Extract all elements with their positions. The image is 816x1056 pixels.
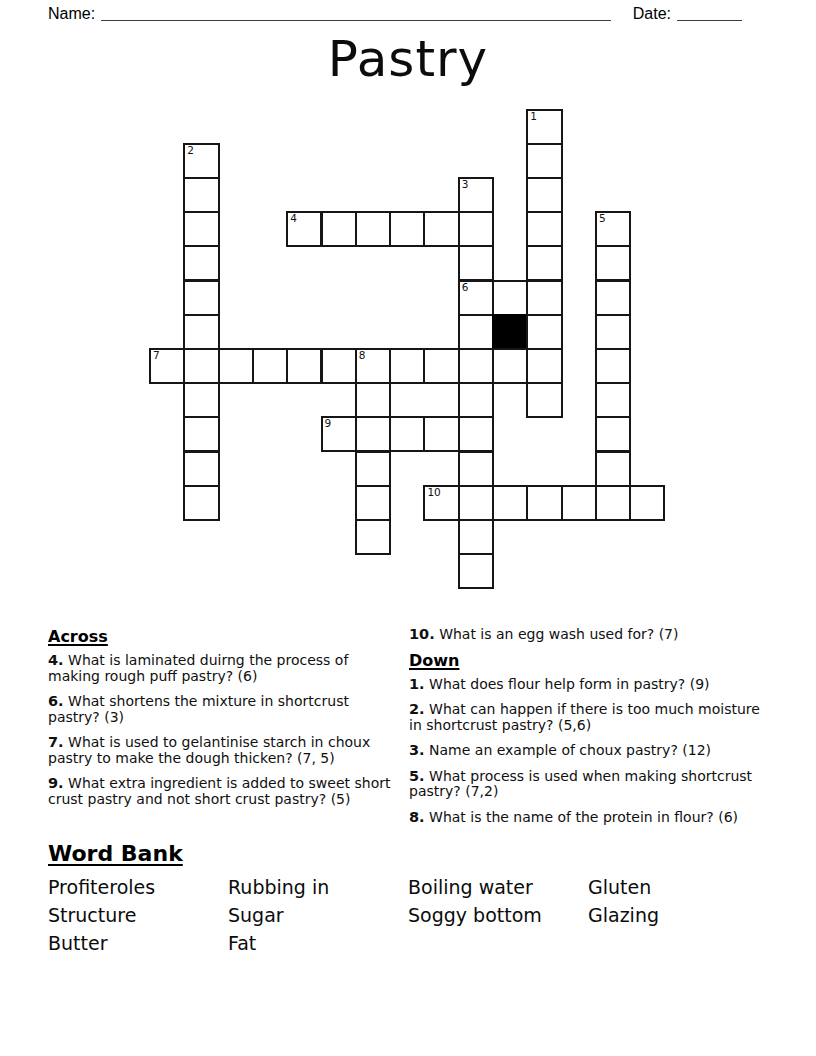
grid-cell[interactable] <box>389 348 425 384</box>
word-bank-word: Fat <box>228 929 408 957</box>
grid-cell[interactable] <box>183 177 219 213</box>
clue-across-4: 4. What is laminated duirng the process … <box>48 653 400 684</box>
cell-number: 9 <box>325 418 332 429</box>
clue-number: 3. <box>409 742 425 758</box>
grid-cell[interactable] <box>595 314 631 350</box>
grid-cell[interactable] <box>286 348 322 384</box>
grid-cell[interactable] <box>458 451 494 487</box>
clue-number: 2. <box>409 701 425 717</box>
cell-number: 5 <box>599 213 606 224</box>
grid-cell[interactable] <box>183 485 219 521</box>
word-bank-word: Butter <box>48 929 228 957</box>
grid-cell[interactable] <box>458 519 494 555</box>
clue-across-10: 10. What is an egg wash used for? (7) <box>409 627 767 643</box>
across-clue-overflow: 10. What is an egg wash used for? (7) <box>409 627 767 643</box>
grid-cell[interactable] <box>183 451 219 487</box>
grid-cell[interactable] <box>458 211 494 247</box>
grid-cell[interactable] <box>458 314 494 350</box>
grid-cell[interactable] <box>526 348 562 384</box>
grid-cell[interactable] <box>595 416 631 452</box>
word-bank-column: GlutenGlazing <box>588 873 768 957</box>
grid-cell[interactable] <box>526 245 562 281</box>
across-clue-list: 4. What is laminated duirng the process … <box>48 653 400 807</box>
black-cell <box>492 314 528 350</box>
word-bank-word: Profiteroles <box>48 873 228 901</box>
grid-cell[interactable] <box>526 177 562 213</box>
grid-cell[interactable] <box>492 485 528 521</box>
grid-cell[interactable] <box>355 451 391 487</box>
grid-cell[interactable] <box>595 485 631 521</box>
grid-cell[interactable] <box>526 280 562 316</box>
cell-number: 4 <box>290 213 297 224</box>
grid-cell[interactable] <box>458 553 494 589</box>
grid-cell[interactable] <box>423 348 459 384</box>
grid-cell[interactable] <box>526 143 562 179</box>
down-heading: Down <box>409 651 767 670</box>
word-bank-word: Gluten <box>588 873 768 901</box>
grid-cell[interactable] <box>355 416 391 452</box>
cell-number: 7 <box>153 350 160 361</box>
clue-number: 7. <box>48 734 64 750</box>
cell-number: 6 <box>462 282 469 293</box>
cell-number: 10 <box>427 487 440 498</box>
cell-number: 2 <box>187 145 194 156</box>
grid-cell[interactable] <box>526 314 562 350</box>
grid-cell[interactable] <box>526 211 562 247</box>
cell-number: 1 <box>530 111 537 122</box>
grid-cell[interactable]: 10 <box>423 485 459 521</box>
cell-number: 3 <box>462 179 469 190</box>
grid-cell[interactable]: 8 <box>355 348 391 384</box>
down-clues-column: 10. What is an egg wash used for? (7) Do… <box>409 627 767 835</box>
clue-down-8: 8. What is the name of the protein in fl… <box>409 810 767 826</box>
grid-cell[interactable] <box>423 211 459 247</box>
word-bank-word: Rubbing in <box>228 873 408 901</box>
grid-cell[interactable] <box>595 348 631 384</box>
grid-cell[interactable]: 1 <box>526 109 562 145</box>
grid-cell[interactable] <box>526 485 562 521</box>
word-bank-heading: Word Bank <box>48 841 183 866</box>
across-clues-column: Across 4. What is laminated duirng the p… <box>48 627 400 817</box>
grid-cell[interactable] <box>561 485 597 521</box>
clue-number: 6. <box>48 693 64 709</box>
grid-cell[interactable] <box>355 382 391 418</box>
word-bank-list: ProfiterolesStructureButterRubbing inSug… <box>48 873 768 957</box>
grid-cell[interactable] <box>458 382 494 418</box>
clue-across-7: 7. What is used to gelantinise starch in… <box>48 735 400 766</box>
clue-number: 1. <box>409 676 425 692</box>
grid-cell[interactable] <box>183 416 219 452</box>
grid-cell[interactable] <box>321 348 357 384</box>
word-bank-word: Soggy bottom <box>408 901 588 929</box>
grid-cell[interactable] <box>629 485 665 521</box>
grid-cell[interactable]: 2 <box>183 143 219 179</box>
grid-cell[interactable] <box>423 416 459 452</box>
across-heading: Across <box>48 627 400 646</box>
grid-cell[interactable] <box>526 382 562 418</box>
word-bank-word: Sugar <box>228 901 408 929</box>
grid-cell[interactable] <box>355 485 391 521</box>
grid-cell[interactable] <box>183 348 219 384</box>
clue-across-9: 9. What extra ingredient is added to swe… <box>48 776 400 807</box>
clue-number: 4. <box>48 652 64 668</box>
grid-cell[interactable] <box>252 348 288 384</box>
grid-cell[interactable] <box>458 245 494 281</box>
grid-cell[interactable]: 7 <box>149 348 185 384</box>
grid-cell[interactable] <box>355 211 391 247</box>
grid-cell[interactable] <box>389 416 425 452</box>
word-bank-column: Rubbing inSugarFat <box>228 873 408 957</box>
clue-number: 9. <box>48 775 64 791</box>
grid-cell[interactable] <box>458 416 494 452</box>
grid-cell[interactable] <box>595 280 631 316</box>
clue-number: 10. <box>409 626 435 642</box>
grid-cell[interactable] <box>458 485 494 521</box>
down-clue-list: 1. What does flour help form in pastry? … <box>409 677 767 826</box>
grid-cell[interactable]: 9 <box>321 416 357 452</box>
grid-cell[interactable] <box>492 280 528 316</box>
grid-cell[interactable] <box>595 382 631 418</box>
grid-cell[interactable] <box>321 211 357 247</box>
grid-cell[interactable] <box>595 245 631 281</box>
grid-cell[interactable] <box>389 211 425 247</box>
clue-number: 5. <box>409 768 425 784</box>
cell-number: 8 <box>359 350 366 361</box>
word-bank-word: Structure <box>48 901 228 929</box>
clue-number: 8. <box>409 809 425 825</box>
grid-cell[interactable]: 4 <box>286 211 322 247</box>
grid-cell[interactable] <box>492 348 528 384</box>
word-bank-word: Glazing <box>588 901 768 929</box>
clue-down-1: 1. What does flour help form in pastry? … <box>409 677 767 693</box>
clue-down-2: 2. What can happen if there is too much … <box>409 702 767 733</box>
clue-down-5: 5. What process is used when making shor… <box>409 769 767 800</box>
grid-cell[interactable] <box>218 348 254 384</box>
crossword-grid: 12345678910 <box>0 0 816 625</box>
grid-cell[interactable] <box>595 451 631 487</box>
grid-cell[interactable] <box>183 211 219 247</box>
worksheet-page: Name: Date: Pastry 12345678910 Across 4.… <box>0 0 816 1056</box>
grid-cell[interactable] <box>458 348 494 384</box>
grid-cell[interactable] <box>183 314 219 350</box>
word-bank-column: Boiling waterSoggy bottom <box>408 873 588 957</box>
grid-cell[interactable]: 5 <box>595 211 631 247</box>
clue-down-3: 3. Name an example of choux pastry? (12) <box>409 743 767 759</box>
grid-cell[interactable] <box>183 245 219 281</box>
grid-cell[interactable] <box>355 519 391 555</box>
grid-cell[interactable] <box>183 382 219 418</box>
clue-across-6: 6. What shortens the mixture in shortcru… <box>48 694 400 725</box>
grid-cell[interactable]: 3 <box>458 177 494 213</box>
grid-cell[interactable]: 6 <box>458 280 494 316</box>
word-bank-column: ProfiterolesStructureButter <box>48 873 228 957</box>
grid-cell[interactable] <box>183 280 219 316</box>
word-bank-word: Boiling water <box>408 873 588 901</box>
